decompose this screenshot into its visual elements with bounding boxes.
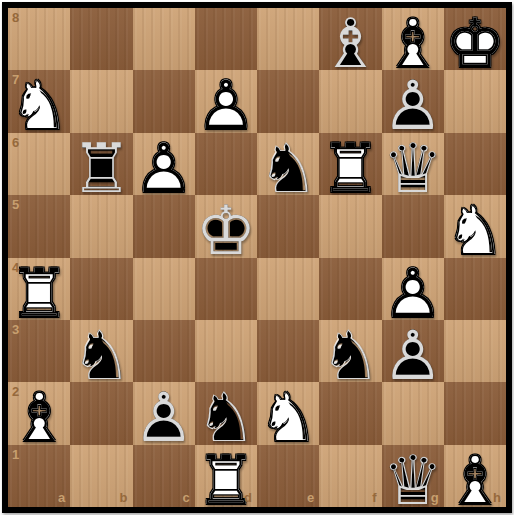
white-bishop-icon: ♝ — [382, 10, 443, 70]
file-label-b: b — [120, 490, 128, 505]
white-rook-icon: ♜ — [320, 135, 381, 195]
black-pawn-icon: ♟ — [133, 384, 194, 444]
white-bishop-a2[interactable]: ♝♗ — [8, 382, 70, 444]
black-knight-b3[interactable]: ♞♘ — [70, 320, 132, 382]
white-bishop-icon: ♝ — [444, 447, 505, 507]
square-a5[interactable]: 5 — [8, 195, 70, 257]
black-knight-f3[interactable]: ♞♘ — [319, 320, 381, 382]
black-queen-icon: ♛ — [382, 135, 443, 195]
square-b1[interactable]: b — [70, 445, 132, 507]
black-rook-outline-icon: ♖ — [71, 135, 132, 195]
square-a2[interactable]: 2♝♗ — [8, 382, 70, 444]
white-rook-f6[interactable]: ♜♖ — [319, 133, 381, 195]
square-e4[interactable] — [257, 258, 319, 320]
square-d3[interactable] — [195, 320, 257, 382]
black-bishop-icon: ♝ — [320, 10, 381, 70]
black-pawn-g7[interactable]: ♟♙ — [382, 70, 444, 132]
black-knight-d2[interactable]: ♞♘ — [195, 382, 257, 444]
square-d4[interactable] — [195, 258, 257, 320]
white-knight-outline-icon: ♘ — [9, 72, 70, 132]
square-g7[interactable]: ♟♙ — [382, 70, 444, 132]
black-queen-g6[interactable]: ♛♕ — [382, 133, 444, 195]
black-pawn-outline-icon: ♙ — [382, 72, 443, 132]
black-pawn-c2[interactable]: ♟♙ — [133, 382, 195, 444]
square-e6[interactable]: ♞♘ — [257, 133, 319, 195]
square-d5[interactable]: ♚♔ — [195, 195, 257, 257]
black-knight-outline-icon: ♘ — [258, 135, 319, 195]
square-a8[interactable]: 8 — [8, 8, 70, 70]
square-h2[interactable] — [444, 382, 506, 444]
black-king-icon: ♚ — [195, 197, 256, 257]
square-f2[interactable] — [319, 382, 381, 444]
square-e3[interactable] — [257, 320, 319, 382]
square-e8[interactable] — [257, 8, 319, 70]
black-pawn-outline-icon: ♙ — [133, 384, 194, 444]
black-queen-outline-icon: ♕ — [382, 447, 443, 507]
black-pawn-outline-icon: ♙ — [382, 322, 443, 382]
black-bishop-outline-icon: ♗ — [320, 10, 381, 70]
rank-label-5: 5 — [12, 197, 19, 212]
white-bishop-outline-icon: ♗ — [382, 10, 443, 70]
white-pawn-outline-icon: ♙ — [382, 260, 443, 320]
square-h1[interactable]: h♝♗ — [444, 445, 506, 507]
white-pawn-c6[interactable]: ♟♙ — [133, 133, 195, 195]
square-d1[interactable]: d♜♖ — [195, 445, 257, 507]
white-rook-icon: ♜ — [195, 447, 256, 507]
black-knight-icon: ♞ — [320, 322, 381, 382]
black-knight-outline-icon: ♘ — [71, 322, 132, 382]
square-d7[interactable]: ♟♙ — [195, 70, 257, 132]
white-king-h8[interactable]: ♚♔ — [444, 8, 506, 70]
black-pawn-g3[interactable]: ♟♙ — [382, 320, 444, 382]
black-king-outline-icon: ♔ — [195, 197, 256, 257]
black-queen-g1[interactable]: ♛♕ — [382, 445, 444, 507]
square-d2[interactable]: ♞♘ — [195, 382, 257, 444]
white-bishop-h1[interactable]: ♝♗ — [444, 445, 506, 507]
black-knight-icon: ♞ — [195, 384, 256, 444]
square-e1[interactable]: e — [257, 445, 319, 507]
white-knight-h5[interactable]: ♞♘ — [444, 195, 506, 257]
square-b7[interactable] — [70, 70, 132, 132]
square-g6[interactable]: ♛♕ — [382, 133, 444, 195]
rank-label-8: 8 — [12, 10, 19, 25]
square-g8[interactable]: ♝♗ — [382, 8, 444, 70]
square-c7[interactable] — [133, 70, 195, 132]
square-f3[interactable]: ♞♘ — [319, 320, 381, 382]
square-h4[interactable] — [444, 258, 506, 320]
square-a3[interactable]: 3 — [8, 320, 70, 382]
square-g4[interactable]: ♟♙ — [382, 258, 444, 320]
white-pawn-icon: ♟ — [382, 260, 443, 320]
square-c5[interactable] — [133, 195, 195, 257]
white-bishop-g8[interactable]: ♝♗ — [382, 8, 444, 70]
file-label-e: e — [307, 490, 314, 505]
square-d6[interactable] — [195, 133, 257, 195]
white-knight-outline-icon: ♘ — [444, 197, 505, 257]
square-f1[interactable]: f — [319, 445, 381, 507]
white-pawn-d7[interactable]: ♟♙ — [195, 70, 257, 132]
square-c2[interactable]: ♟♙ — [133, 382, 195, 444]
white-rook-a4[interactable]: ♜♖ — [8, 258, 70, 320]
square-b3[interactable]: ♞♘ — [70, 320, 132, 382]
black-bishop-f8[interactable]: ♝♗ — [319, 8, 381, 70]
square-h8[interactable]: ♚♔ — [444, 8, 506, 70]
white-rook-outline-icon: ♖ — [195, 447, 256, 507]
white-king-outline-icon: ♔ — [444, 10, 505, 70]
white-bishop-outline-icon: ♗ — [9, 384, 70, 444]
white-king-icon: ♚ — [444, 10, 505, 70]
white-rook-outline-icon: ♖ — [9, 260, 70, 320]
chess-board: 8♝♗♝♗♚♔7♞♘♟♙♟♙6♜♖♟♙♞♘♜♖♛♕5♚♔♞♘4♜♖♟♙3♞♘♞♘… — [8, 8, 506, 507]
black-knight-outline-icon: ♘ — [320, 322, 381, 382]
white-rook-icon: ♜ — [9, 260, 70, 320]
square-h3[interactable] — [444, 320, 506, 382]
white-pawn-g4[interactable]: ♟♙ — [382, 258, 444, 320]
square-c3[interactable] — [133, 320, 195, 382]
square-b5[interactable] — [70, 195, 132, 257]
square-h6[interactable] — [444, 133, 506, 195]
square-f5[interactable] — [319, 195, 381, 257]
white-rook-d1[interactable]: ♜♖ — [195, 445, 257, 507]
square-h5[interactable]: ♞♘ — [444, 195, 506, 257]
white-pawn-icon: ♟ — [195, 72, 256, 132]
rank-label-6: 6 — [12, 135, 19, 150]
black-rook-b6[interactable]: ♜♖ — [70, 133, 132, 195]
square-b4[interactable] — [70, 258, 132, 320]
white-pawn-outline-icon: ♙ — [195, 72, 256, 132]
black-queen-icon: ♛ — [382, 447, 443, 507]
file-label-f: f — [372, 490, 376, 505]
square-g3[interactable]: ♟♙ — [382, 320, 444, 382]
square-b2[interactable] — [70, 382, 132, 444]
white-knight-icon: ♞ — [258, 384, 319, 444]
white-knight-icon: ♞ — [444, 197, 505, 257]
black-knight-e6[interactable]: ♞♘ — [257, 133, 319, 195]
white-bishop-outline-icon: ♗ — [444, 447, 505, 507]
square-c1[interactable]: c — [133, 445, 195, 507]
square-f6[interactable]: ♜♖ — [319, 133, 381, 195]
square-f8[interactable]: ♝♗ — [319, 8, 381, 70]
black-knight-outline-icon: ♘ — [195, 384, 256, 444]
board-frame: 8♝♗♝♗♚♔7♞♘♟♙♟♙6♜♖♟♙♞♘♜♖♛♕5♚♔♞♘4♜♖♟♙3♞♘♞♘… — [2, 2, 512, 513]
rank-label-3: 3 — [12, 322, 19, 337]
square-b6[interactable]: ♜♖ — [70, 133, 132, 195]
square-e2[interactable]: ♞♘ — [257, 382, 319, 444]
square-e5[interactable] — [257, 195, 319, 257]
black-pawn-icon: ♟ — [382, 322, 443, 382]
square-h7[interactable] — [444, 70, 506, 132]
square-f7[interactable] — [319, 70, 381, 132]
rank-label-1: 1 — [12, 447, 19, 462]
black-queen-outline-icon: ♕ — [382, 135, 443, 195]
white-knight-icon: ♞ — [9, 72, 70, 132]
square-b8[interactable] — [70, 8, 132, 70]
square-g2[interactable] — [382, 382, 444, 444]
white-knight-outline-icon: ♘ — [258, 384, 319, 444]
file-label-a: a — [58, 490, 65, 505]
white-knight-e2[interactable]: ♞♘ — [257, 382, 319, 444]
square-e7[interactable] — [257, 70, 319, 132]
white-bishop-icon: ♝ — [9, 384, 70, 444]
black-king-d5[interactable]: ♚♔ — [195, 195, 257, 257]
white-knight-a7[interactable]: ♞♘ — [8, 70, 70, 132]
square-f4[interactable] — [319, 258, 381, 320]
black-knight-icon: ♞ — [258, 135, 319, 195]
black-pawn-icon: ♟ — [382, 72, 443, 132]
file-label-c: c — [183, 490, 190, 505]
white-rook-outline-icon: ♖ — [320, 135, 381, 195]
square-c8[interactable] — [133, 8, 195, 70]
square-c4[interactable] — [133, 258, 195, 320]
white-pawn-icon: ♟ — [133, 135, 194, 195]
square-a6[interactable]: 6 — [8, 133, 70, 195]
square-a1[interactable]: 1a — [8, 445, 70, 507]
square-a7[interactable]: 7♞♘ — [8, 70, 70, 132]
black-rook-icon: ♜ — [71, 135, 132, 195]
white-pawn-outline-icon: ♙ — [133, 135, 194, 195]
black-knight-icon: ♞ — [71, 322, 132, 382]
square-a4[interactable]: 4♜♖ — [8, 258, 70, 320]
square-c6[interactable]: ♟♙ — [133, 133, 195, 195]
square-g1[interactable]: g♛♕ — [382, 445, 444, 507]
square-g5[interactable] — [382, 195, 444, 257]
square-d8[interactable] — [195, 8, 257, 70]
